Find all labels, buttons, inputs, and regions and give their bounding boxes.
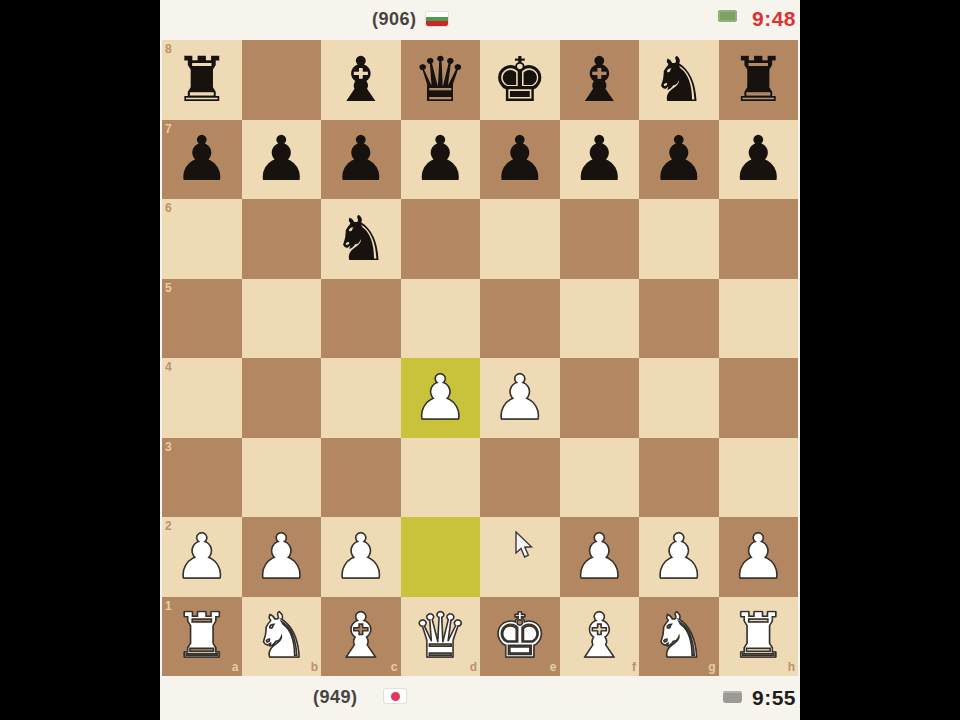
square-f7[interactable]: ♟	[560, 120, 640, 200]
piece-black-pawn[interactable]: ♟	[162, 120, 242, 200]
square-c3[interactable]	[321, 438, 401, 518]
square-f2[interactable]: ♟	[560, 517, 640, 597]
piece-black-knight[interactable]: ♞	[321, 199, 401, 279]
square-f6[interactable]	[560, 199, 640, 279]
gray-badge-icon[interactable]	[723, 691, 742, 703]
piece-white-pawn[interactable]: ♟	[560, 517, 640, 597]
square-e5[interactable]	[480, 279, 560, 359]
piece-black-bishop[interactable]: ♝	[560, 40, 640, 120]
square-a2[interactable]: 2♟	[162, 517, 242, 597]
square-b1[interactable]: b♞	[242, 597, 322, 677]
square-g2[interactable]: ♟	[639, 517, 719, 597]
piece-black-pawn[interactable]: ♟	[480, 120, 560, 200]
piece-black-queen[interactable]: ♛	[401, 40, 481, 120]
flag-stripe-red	[426, 21, 448, 26]
piece-black-pawn[interactable]: ♟	[401, 120, 481, 200]
square-e6[interactable]	[480, 199, 560, 279]
chess-board: 8♜♝♛♚♝♞♜7♟♟♟♟♟♟♟♟6♞54♟♟32♟♟♟♟♟♟1a♜b♞c♝d♛…	[162, 40, 798, 676]
screen: (906) 9:48 8♜♝♛♚♝♞♜7♟♟♟♟♟♟♟♟6♞54♟♟32♟♟♟♟…	[0, 0, 960, 720]
piece-white-pawn[interactable]: ♟	[639, 517, 719, 597]
square-g3[interactable]	[639, 438, 719, 518]
square-c8[interactable]: ♝	[321, 40, 401, 120]
square-a3[interactable]: 3	[162, 438, 242, 518]
chess-app-window: (906) 9:48 8♜♝♛♚♝♞♜7♟♟♟♟♟♟♟♟6♞54♟♟32♟♟♟♟…	[160, 0, 800, 720]
piece-white-knight[interactable]: ♞	[639, 597, 719, 677]
bottom-player-rating: (949)	[313, 687, 358, 708]
square-f8[interactable]: ♝	[560, 40, 640, 120]
square-h3[interactable]	[719, 438, 799, 518]
square-g5[interactable]	[639, 279, 719, 359]
square-e4[interactable]: ♟	[480, 358, 560, 438]
square-b4[interactable]	[242, 358, 322, 438]
square-e3[interactable]	[480, 438, 560, 518]
square-g8[interactable]: ♞	[639, 40, 719, 120]
top-player-clock: 9:48	[752, 7, 796, 31]
bottom-player-clock: 9:55	[752, 686, 796, 710]
rank-label-4: 4	[165, 360, 172, 374]
square-h5[interactable]	[719, 279, 799, 359]
piece-white-pawn[interactable]: ♟	[162, 517, 242, 597]
square-b3[interactable]	[242, 438, 322, 518]
square-c5[interactable]	[321, 279, 401, 359]
piece-black-pawn[interactable]: ♟	[639, 120, 719, 200]
piece-white-pawn[interactable]: ♟	[242, 517, 322, 597]
square-a4[interactable]: 4	[162, 358, 242, 438]
piece-white-pawn[interactable]: ♟	[321, 517, 401, 597]
piece-black-king[interactable]: ♚	[480, 40, 560, 120]
top-player-rating: (906)	[372, 9, 417, 30]
square-h8[interactable]: ♜	[719, 40, 799, 120]
square-h2[interactable]: ♟	[719, 517, 799, 597]
piece-white-king[interactable]: ♚	[480, 597, 560, 677]
green-badge-icon	[718, 10, 737, 22]
piece-black-bishop[interactable]: ♝	[321, 40, 401, 120]
square-g7[interactable]: ♟	[639, 120, 719, 200]
bulgaria-flag-icon	[426, 12, 448, 26]
square-d6[interactable]	[401, 199, 481, 279]
square-f1[interactable]: f♝	[560, 597, 640, 677]
piece-black-rook[interactable]: ♜	[162, 40, 242, 120]
square-d3[interactable]	[401, 438, 481, 518]
square-a1[interactable]: 1a♜	[162, 597, 242, 677]
piece-black-pawn[interactable]: ♟	[719, 120, 799, 200]
piece-white-pawn[interactable]: ♟	[401, 358, 481, 438]
piece-black-pawn[interactable]: ♟	[242, 120, 322, 200]
square-c7[interactable]: ♟	[321, 120, 401, 200]
piece-black-knight[interactable]: ♞	[639, 40, 719, 120]
piece-white-rook[interactable]: ♜	[162, 597, 242, 677]
square-g1[interactable]: g♞	[639, 597, 719, 677]
square-d7[interactable]: ♟	[401, 120, 481, 200]
square-h7[interactable]: ♟	[719, 120, 799, 200]
piece-black-pawn[interactable]: ♟	[560, 120, 640, 200]
square-g6[interactable]	[639, 199, 719, 279]
square-b6[interactable]	[242, 199, 322, 279]
square-a8[interactable]: 8♜	[162, 40, 242, 120]
flag-sun-disc	[391, 692, 400, 701]
square-h4[interactable]	[719, 358, 799, 438]
square-e2[interactable]	[480, 517, 560, 597]
piece-white-bishop[interactable]: ♝	[321, 597, 401, 677]
bottom-player-bar: (949) 9:55	[160, 676, 800, 720]
piece-white-pawn[interactable]: ♟	[480, 358, 560, 438]
square-c1[interactable]: c♝	[321, 597, 401, 677]
square-b5[interactable]	[242, 279, 322, 359]
square-c4[interactable]	[321, 358, 401, 438]
rank-label-3: 3	[165, 440, 172, 454]
square-d8[interactable]: ♛	[401, 40, 481, 120]
piece-white-knight[interactable]: ♞	[242, 597, 322, 677]
square-a5[interactable]: 5	[162, 279, 242, 359]
piece-white-pawn[interactable]: ♟	[719, 517, 799, 597]
square-b7[interactable]: ♟	[242, 120, 322, 200]
piece-black-rook[interactable]: ♜	[719, 40, 799, 120]
japan-flag-icon	[384, 689, 406, 703]
square-a7[interactable]: 7♟	[162, 120, 242, 200]
square-e1[interactable]: e♚	[480, 597, 560, 677]
square-c6[interactable]: ♞	[321, 199, 401, 279]
square-f3[interactable]	[560, 438, 640, 518]
rank-label-6: 6	[165, 201, 172, 215]
square-f5[interactable]	[560, 279, 640, 359]
square-a6[interactable]: 6	[162, 199, 242, 279]
square-h1[interactable]: h♜	[719, 597, 799, 677]
square-h6[interactable]	[719, 199, 799, 279]
square-b2[interactable]: ♟	[242, 517, 322, 597]
rank-label-5: 5	[165, 281, 172, 295]
square-g4[interactable]	[639, 358, 719, 438]
piece-black-pawn[interactable]: ♟	[321, 120, 401, 200]
square-b8[interactable]	[242, 40, 322, 120]
square-e7[interactable]: ♟	[480, 120, 560, 200]
square-d1[interactable]: d♛	[401, 597, 481, 677]
piece-white-rook[interactable]: ♜	[719, 597, 799, 677]
square-d2[interactable]	[401, 517, 481, 597]
piece-white-bishop[interactable]: ♝	[560, 597, 640, 677]
square-d4[interactable]: ♟	[401, 358, 481, 438]
square-d5[interactable]	[401, 279, 481, 359]
square-e8[interactable]: ♚	[480, 40, 560, 120]
top-player-bar: (906) 9:48	[160, 0, 800, 40]
square-f4[interactable]	[560, 358, 640, 438]
piece-white-queen[interactable]: ♛	[401, 597, 481, 677]
square-c2[interactable]: ♟	[321, 517, 401, 597]
